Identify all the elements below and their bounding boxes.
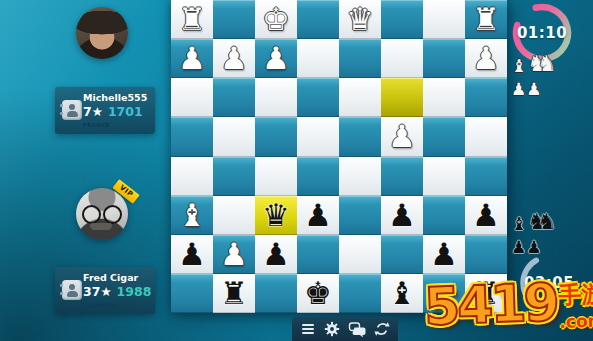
- piece-white-P[interactable]: ♟: [220, 235, 248, 274]
- piece-white-Q[interactable]: ♛: [346, 0, 374, 39]
- board-square-r3c2[interactable]: [255, 117, 297, 156]
- board-square-r3c0[interactable]: [171, 117, 213, 156]
- board-square-r6c5[interactable]: [381, 235, 423, 274]
- piece-white-R[interactable]: ♜: [178, 0, 206, 39]
- piece-white-P[interactable]: ♟: [262, 39, 290, 78]
- board-square-r4c4[interactable]: [339, 157, 381, 196]
- contact-book-icon[interactable]: [62, 280, 82, 300]
- board-square-r3c3[interactable]: [297, 117, 339, 156]
- piece-black-P[interactable]: ♟: [262, 235, 290, 274]
- captured-tray-white: ♝♞♞♟♟: [511, 53, 557, 99]
- board-square-r0c4[interactable]: ♛: [339, 0, 381, 39]
- board-square-r5c7[interactable]: ♟: [465, 196, 507, 235]
- board-square-r0c1[interactable]: [213, 0, 255, 39]
- board-square-r2c6[interactable]: [423, 78, 465, 117]
- player-name-top: Michelle555: [83, 92, 147, 103]
- player-stars-bottom: 37★: [83, 284, 112, 299]
- board-square-r1c2[interactable]: ♟: [255, 39, 297, 78]
- board-square-r4c5[interactable]: [381, 157, 423, 196]
- board-square-r0c2[interactable]: ♚: [255, 0, 297, 39]
- board-square-r5c2[interactable]: ♛: [255, 196, 297, 235]
- board-square-r2c4[interactable]: [339, 78, 381, 117]
- player-stars-top: 7★: [83, 104, 103, 119]
- board-square-r4c1[interactable]: [213, 157, 255, 196]
- piece-white-B[interactable]: ♝: [178, 196, 206, 235]
- settings-gear-icon[interactable]: [324, 321, 340, 337]
- board-square-r1c7[interactable]: ♟: [465, 39, 507, 78]
- player-card-bottom[interactable]: Fred Cigar 37★1988 SLOVAKIA: [55, 267, 155, 314]
- board-square-r1c0[interactable]: ♟: [171, 39, 213, 78]
- piece-black-P[interactable]: ♟: [178, 235, 206, 274]
- watermark-domain: .com.cn: [559, 309, 593, 332]
- board-square-r7c3[interactable]: ♚: [297, 274, 339, 313]
- board-square-r3c6[interactable]: [423, 117, 465, 156]
- board-square-r4c2[interactable]: [255, 157, 297, 196]
- board-square-r7c2[interactable]: [255, 274, 297, 313]
- watermark-cn-text: 手游网: [558, 277, 593, 311]
- board-square-r6c7[interactable]: [465, 235, 507, 274]
- piece-white-R[interactable]: ♜: [472, 0, 500, 39]
- board-square-r4c7[interactable]: [465, 157, 507, 196]
- board-square-r1c6[interactable]: [423, 39, 465, 78]
- player-rating-top: 1701: [108, 104, 143, 119]
- board-square-r0c5[interactable]: [381, 0, 423, 39]
- player-country-bottom: SLOVAKIA: [83, 301, 117, 307]
- board-square-r7c5[interactable]: ♝: [381, 274, 423, 313]
- board-square-r7c4[interactable]: [339, 274, 381, 313]
- piece-white-P[interactable]: ♟: [388, 117, 416, 156]
- board-square-r6c4[interactable]: [339, 235, 381, 274]
- board-square-r6c1[interactable]: ♟: [213, 235, 255, 274]
- board-square-r3c4[interactable]: [339, 117, 381, 156]
- board-square-r0c3[interactable]: [297, 0, 339, 39]
- avatar-top-player[interactable]: [76, 7, 128, 59]
- board-square-r5c1[interactable]: [213, 196, 255, 235]
- board-square-r1c1[interactable]: ♟: [213, 39, 255, 78]
- board-square-r5c0[interactable]: ♝: [171, 196, 213, 235]
- menu-icon[interactable]: [300, 321, 316, 337]
- board-square-r2c0[interactable]: [171, 78, 213, 117]
- board-square-r2c2[interactable]: [255, 78, 297, 117]
- player-name-bottom: Fred Cigar: [83, 272, 138, 283]
- board-square-r3c7[interactable]: [465, 117, 507, 156]
- glasses-icon: [103, 205, 122, 224]
- board-square-r5c4[interactable]: [339, 196, 381, 235]
- piece-black-P[interactable]: ♟: [388, 196, 416, 235]
- flip-board-icon[interactable]: [374, 321, 390, 337]
- board-square-r4c0[interactable]: [171, 157, 213, 196]
- captured-white-N-icon: ♞: [537, 51, 557, 76]
- board-square-r3c1[interactable]: [213, 117, 255, 156]
- player-rating-bottom: 1988: [117, 284, 152, 299]
- piece-white-P[interactable]: ♟: [178, 39, 206, 78]
- board-square-r7c1[interactable]: ♜: [213, 274, 255, 313]
- piece-black-B[interactable]: ♝: [388, 274, 416, 313]
- white-clock-time: 01:10: [517, 24, 567, 42]
- board-square-r2c7[interactable]: [465, 78, 507, 117]
- board-square-r5c3[interactable]: ♟: [297, 196, 339, 235]
- piece-white-K[interactable]: ♚: [262, 0, 290, 39]
- contact-book-icon[interactable]: [62, 100, 82, 120]
- piece-white-P[interactable]: ♟: [472, 39, 500, 78]
- piece-black-P[interactable]: ♟: [472, 196, 500, 235]
- chess-board[interactable]: ♜♚♛♜♟♟♟♟♟♝♛♟♟♟♟♟♟♟♜♚♝♜: [171, 0, 507, 313]
- board-square-r6c6[interactable]: ♟: [423, 235, 465, 274]
- player-card-top[interactable]: Michelle555 7★1701 FRANCE: [55, 87, 155, 134]
- board-square-r4c3[interactable]: [297, 157, 339, 196]
- board-square-r6c0[interactable]: ♟: [171, 235, 213, 274]
- chat-icon[interactable]: [348, 321, 366, 337]
- captured-black-N-icon: ♞: [537, 209, 557, 234]
- game-menu-bar: [292, 317, 398, 341]
- captured-black-B-icon: ♝: [511, 213, 527, 234]
- board-square-r6c2[interactable]: ♟: [255, 235, 297, 274]
- piece-white-P[interactable]: ♟: [220, 39, 248, 78]
- glasses-icon: [82, 205, 101, 224]
- board-square-r6c3[interactable]: [297, 235, 339, 274]
- captured-white-B-icon: ♝: [511, 55, 527, 76]
- board-square-r1c5[interactable]: [381, 39, 423, 78]
- avatar-bottom-player[interactable]: [76, 188, 128, 240]
- piece-black-Q[interactable]: ♛: [262, 196, 290, 235]
- captured-white-P-icon: ♟: [526, 79, 541, 99]
- board-square-r5c6[interactable]: [423, 196, 465, 235]
- board-square-r1c3[interactable]: [297, 39, 339, 78]
- watermark-number: 5419: [423, 272, 558, 337]
- board-square-r2c3[interactable]: [297, 78, 339, 117]
- piece-black-P[interactable]: ♟: [304, 196, 332, 235]
- board-square-r1c4[interactable]: [339, 39, 381, 78]
- board-square-r0c0[interactable]: ♜: [171, 0, 213, 39]
- piece-black-P[interactable]: ♟: [430, 235, 458, 274]
- board-square-r3c5[interactable]: ♟: [381, 117, 423, 156]
- board-square-r2c1[interactable]: [213, 78, 255, 117]
- player-country-top: FRANCE: [83, 121, 110, 127]
- piece-black-K[interactable]: ♚: [304, 274, 332, 313]
- board-square-r2c5[interactable]: [381, 78, 423, 117]
- board-square-r7c0[interactable]: [171, 274, 213, 313]
- captured-white-P-icon: ♟: [511, 79, 526, 99]
- board-square-r0c7[interactable]: ♜: [465, 0, 507, 39]
- board-square-r0c6[interactable]: [423, 0, 465, 39]
- watermark: 5419 手游网 .com.cn: [423, 269, 593, 336]
- board-square-r4c6[interactable]: [423, 157, 465, 196]
- mustache-decor: [90, 223, 112, 230]
- board-square-r5c5[interactable]: ♟: [381, 196, 423, 235]
- piece-black-R[interactable]: ♜: [220, 274, 248, 313]
